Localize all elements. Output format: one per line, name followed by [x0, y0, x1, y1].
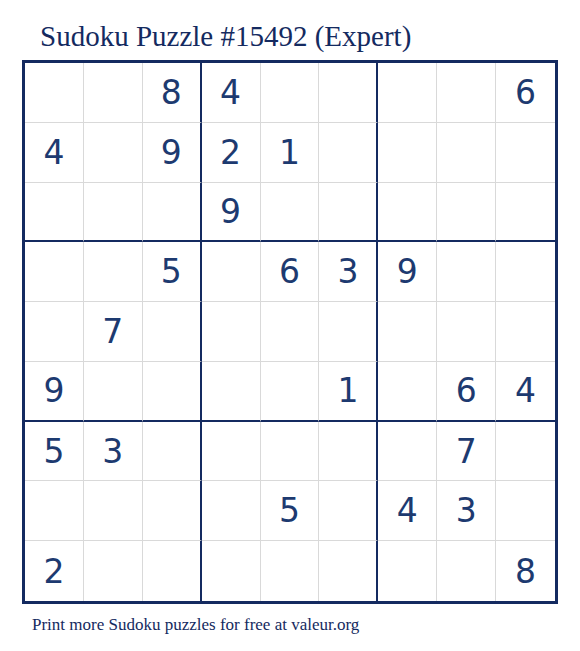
cell-r7c5 — [261, 422, 320, 482]
cell-r6c7 — [378, 362, 437, 422]
cell-r7c4 — [202, 422, 261, 482]
cell-r4c9 — [496, 242, 555, 302]
cell-r8c9 — [496, 481, 555, 541]
cell-r2c5: 1 — [261, 123, 320, 183]
cell-r5c7 — [378, 302, 437, 362]
cell-r8c8: 3 — [437, 481, 496, 541]
cell-r1c7 — [378, 63, 437, 123]
cell-r9c8 — [437, 541, 496, 601]
cell-r2c7 — [378, 123, 437, 183]
cell-r1c1 — [25, 63, 84, 123]
cell-r5c4 — [202, 302, 261, 362]
cell-r7c9 — [496, 422, 555, 482]
cell-r2c9 — [496, 123, 555, 183]
cell-r8c5: 5 — [261, 481, 320, 541]
cell-r4c3: 5 — [143, 242, 202, 302]
cell-r4c2 — [84, 242, 143, 302]
cell-r6c8: 6 — [437, 362, 496, 422]
cell-r8c4 — [202, 481, 261, 541]
cell-r9c7 — [378, 541, 437, 601]
cell-r5c9 — [496, 302, 555, 362]
cell-r7c3 — [143, 422, 202, 482]
cell-r9c5 — [261, 541, 320, 601]
cell-r6c9: 4 — [496, 362, 555, 422]
cell-r3c4: 9 — [202, 183, 261, 243]
cell-r5c2: 7 — [84, 302, 143, 362]
cell-r1c4: 4 — [202, 63, 261, 123]
cell-r4c8 — [437, 242, 496, 302]
cell-r1c3: 8 — [143, 63, 202, 123]
cell-r1c8 — [437, 63, 496, 123]
cell-r6c6: 1 — [319, 362, 378, 422]
cell-r2c4: 2 — [202, 123, 261, 183]
cell-r1c9: 6 — [496, 63, 555, 123]
cell-r4c6: 3 — [319, 242, 378, 302]
cell-r7c6 — [319, 422, 378, 482]
cell-r8c7: 4 — [378, 481, 437, 541]
cell-r3c5 — [261, 183, 320, 243]
cell-r2c2 — [84, 123, 143, 183]
cell-r8c1 — [25, 481, 84, 541]
cell-r1c6 — [319, 63, 378, 123]
page-title: Sudoku Puzzle #15492 (Expert) — [40, 20, 411, 53]
cell-r3c2 — [84, 183, 143, 243]
cell-r1c5 — [261, 63, 320, 123]
cell-r9c2 — [84, 541, 143, 601]
cell-r3c8 — [437, 183, 496, 243]
cell-r9c9: 8 — [496, 541, 555, 601]
footer-text: Print more Sudoku puzzles for free at va… — [32, 615, 359, 635]
cell-r3c6 — [319, 183, 378, 243]
cell-r2c6 — [319, 123, 378, 183]
cell-r6c5 — [261, 362, 320, 422]
sudoku-board: 8464921956397916453754328 — [22, 60, 558, 604]
cell-r3c3 — [143, 183, 202, 243]
cell-r7c2: 3 — [84, 422, 143, 482]
cell-r4c5: 6 — [261, 242, 320, 302]
cell-r7c8: 7 — [437, 422, 496, 482]
cell-r5c5 — [261, 302, 320, 362]
cell-r7c1: 5 — [25, 422, 84, 482]
cell-r1c2 — [84, 63, 143, 123]
cell-r3c7 — [378, 183, 437, 243]
cell-r8c6 — [319, 481, 378, 541]
cell-r4c4 — [202, 242, 261, 302]
cell-r6c1: 9 — [25, 362, 84, 422]
cell-r5c8 — [437, 302, 496, 362]
cell-r7c7 — [378, 422, 437, 482]
cell-r2c8 — [437, 123, 496, 183]
cell-r5c3 — [143, 302, 202, 362]
cell-r2c1: 4 — [25, 123, 84, 183]
cell-r8c3 — [143, 481, 202, 541]
cell-r6c4 — [202, 362, 261, 422]
cell-r5c1 — [25, 302, 84, 362]
cell-r4c1 — [25, 242, 84, 302]
sudoku-page: Sudoku Puzzle #15492 (Expert) 8464921956… — [0, 0, 580, 651]
cell-r6c2 — [84, 362, 143, 422]
cell-r9c6 — [319, 541, 378, 601]
cell-r3c9 — [496, 183, 555, 243]
cell-r9c4 — [202, 541, 261, 601]
cell-r4c7: 9 — [378, 242, 437, 302]
cell-r2c3: 9 — [143, 123, 202, 183]
cell-r9c3 — [143, 541, 202, 601]
cell-r8c2 — [84, 481, 143, 541]
cell-r6c3 — [143, 362, 202, 422]
cell-r9c1: 2 — [25, 541, 84, 601]
cell-r5c6 — [319, 302, 378, 362]
cell-r3c1 — [25, 183, 84, 243]
